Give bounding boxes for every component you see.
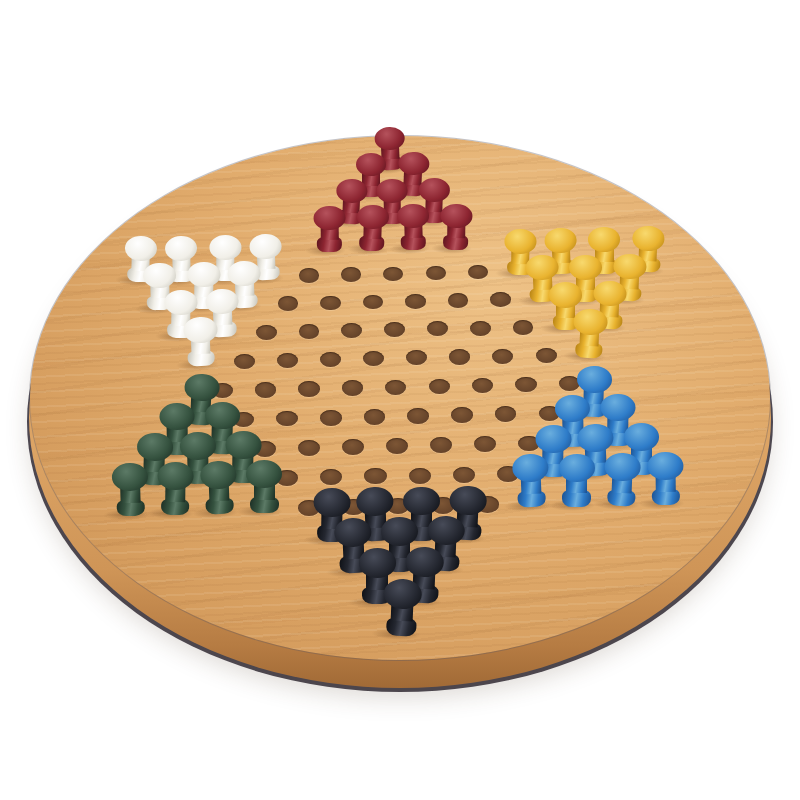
peg-cap bbox=[600, 394, 635, 422]
peg-cap bbox=[158, 461, 194, 490]
hole[interactable] bbox=[409, 468, 431, 484]
peg-white[interactable] bbox=[182, 317, 218, 367]
peg-cap bbox=[125, 236, 158, 261]
peg-cap bbox=[137, 432, 173, 461]
peg-cap bbox=[449, 485, 487, 515]
peg-green[interactable] bbox=[246, 460, 282, 513]
peg-cap bbox=[544, 227, 577, 253]
hole[interactable] bbox=[430, 437, 452, 453]
peg-blue[interactable] bbox=[559, 454, 595, 507]
peg-cap bbox=[336, 179, 368, 204]
hole[interactable] bbox=[448, 293, 469, 308]
hole[interactable] bbox=[299, 324, 320, 339]
peg-cap bbox=[593, 281, 627, 308]
peg-cap bbox=[504, 229, 536, 254]
peg-cap bbox=[359, 548, 397, 578]
hole[interactable] bbox=[470, 321, 491, 336]
peg-cap bbox=[573, 309, 608, 336]
peg-cap bbox=[205, 288, 239, 315]
hole[interactable] bbox=[451, 407, 473, 423]
peg-cap bbox=[374, 127, 405, 151]
peg-cap bbox=[357, 205, 389, 230]
peg-cap bbox=[440, 203, 472, 228]
peg-cap bbox=[383, 578, 422, 610]
peg-cap bbox=[356, 487, 394, 517]
peg-cap bbox=[209, 235, 241, 260]
peg-cap bbox=[164, 290, 197, 316]
peg-cap bbox=[398, 152, 429, 176]
hole[interactable] bbox=[492, 349, 513, 364]
peg-cap bbox=[159, 403, 194, 431]
peg-cap bbox=[333, 517, 371, 548]
hole[interactable] bbox=[234, 354, 255, 369]
peg-green[interactable] bbox=[111, 462, 148, 516]
hole[interactable] bbox=[490, 292, 511, 307]
hole[interactable] bbox=[278, 296, 299, 311]
hole[interactable] bbox=[364, 409, 386, 425]
peg-cap bbox=[559, 454, 595, 482]
peg-cap bbox=[249, 233, 282, 259]
peg-cap bbox=[577, 423, 614, 452]
peg-cap bbox=[569, 255, 602, 280]
hole[interactable] bbox=[320, 296, 341, 311]
hole[interactable] bbox=[255, 382, 276, 397]
hole[interactable] bbox=[426, 266, 446, 281]
peg-cap bbox=[314, 206, 346, 231]
hole[interactable] bbox=[515, 377, 536, 392]
peg-cap bbox=[554, 395, 590, 423]
hole[interactable] bbox=[342, 439, 364, 455]
peg-cap bbox=[143, 263, 176, 289]
hole[interactable] bbox=[429, 379, 450, 394]
peg-cap bbox=[647, 452, 683, 481]
peg-cap bbox=[111, 462, 148, 491]
peg-red[interactable] bbox=[397, 204, 430, 250]
peg-cap bbox=[200, 460, 237, 490]
hole[interactable] bbox=[386, 438, 408, 454]
peg-cap bbox=[588, 227, 620, 252]
peg-black[interactable] bbox=[382, 578, 422, 636]
hole[interactable] bbox=[256, 325, 277, 340]
peg-green[interactable] bbox=[200, 460, 238, 515]
peg-cap bbox=[535, 424, 571, 452]
peg-cap bbox=[227, 261, 261, 287]
peg-cap bbox=[356, 153, 387, 176]
peg-cap bbox=[397, 204, 429, 229]
peg-red[interactable] bbox=[314, 206, 346, 252]
peg-cap bbox=[246, 460, 282, 488]
hole[interactable] bbox=[299, 268, 319, 283]
peg-blue[interactable] bbox=[512, 454, 550, 509]
hole[interactable] bbox=[513, 320, 534, 335]
peg-cap bbox=[184, 373, 220, 401]
peg-cap bbox=[632, 226, 665, 252]
peg-cap bbox=[624, 423, 660, 451]
peg-cap bbox=[549, 282, 582, 307]
hole[interactable] bbox=[298, 440, 320, 456]
product-photo-scene bbox=[0, 0, 800, 800]
peg-red[interactable] bbox=[440, 203, 472, 249]
peg-green[interactable] bbox=[157, 461, 194, 515]
hole[interactable] bbox=[277, 353, 298, 368]
peg-cap bbox=[403, 487, 440, 516]
hole[interactable] bbox=[298, 381, 319, 396]
peg-blue[interactable] bbox=[603, 452, 641, 507]
peg-cap bbox=[187, 262, 220, 287]
peg-yellow[interactable] bbox=[572, 309, 608, 359]
peg-cap bbox=[381, 517, 418, 546]
peg-cap bbox=[405, 547, 444, 578]
peg-cap bbox=[576, 365, 611, 393]
peg-red[interactable] bbox=[356, 205, 389, 251]
hole[interactable] bbox=[405, 294, 426, 309]
hole[interactable] bbox=[449, 349, 470, 364]
peg-cap bbox=[512, 454, 549, 484]
chinese-checkers-board bbox=[0, 0, 800, 800]
hole[interactable] bbox=[342, 380, 363, 395]
hole[interactable] bbox=[320, 410, 342, 426]
peg-cap bbox=[419, 177, 451, 202]
hole[interactable] bbox=[536, 348, 557, 363]
peg-cap bbox=[165, 235, 198, 260]
hole[interactable] bbox=[341, 267, 361, 282]
peg-cap bbox=[612, 253, 646, 279]
peg-cap bbox=[314, 488, 351, 517]
peg-cap bbox=[204, 402, 240, 430]
peg-blue[interactable] bbox=[647, 452, 684, 506]
peg-cap bbox=[225, 431, 261, 459]
peg-cap bbox=[182, 317, 217, 344]
peg-cap bbox=[525, 255, 559, 281]
peg-cap bbox=[376, 178, 407, 202]
hole[interactable] bbox=[453, 467, 475, 483]
hole[interactable] bbox=[407, 408, 429, 424]
peg-cap bbox=[179, 431, 215, 460]
peg-cap bbox=[604, 452, 641, 482]
peg-cap bbox=[427, 516, 465, 547]
